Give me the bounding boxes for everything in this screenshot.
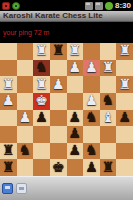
square[interactable]: ♜ [116, 76, 133, 93]
white-pawn-icon: ♟ [19, 110, 32, 125]
square[interactable]: ♟ [83, 159, 100, 176]
notification-area [2, 2, 20, 10]
square[interactable]: ♟ [116, 110, 133, 127]
black-knight-icon: ♞ [85, 143, 98, 158]
chess-board[interactable]: ♜♜♜♜♞♟♟♜♜♜♟♜♟♚♟♞♟♟♟♞♝♟♟♜♞♟♞♜♚♟♜ [0, 43, 133, 176]
square[interactable] [100, 143, 117, 160]
white-rook-icon: ♜ [2, 76, 15, 91]
square[interactable]: ♜ [33, 76, 50, 93]
square[interactable]: ♞ [83, 143, 100, 160]
white-rook-icon: ♜ [118, 76, 131, 91]
black-pawn-icon: ♟ [118, 110, 131, 125]
square[interactable]: ♚ [50, 159, 67, 176]
square[interactable] [116, 60, 133, 77]
square[interactable]: ♜ [116, 43, 133, 60]
notification-icon-red [2, 2, 10, 10]
square[interactable] [50, 93, 67, 110]
square[interactable] [116, 126, 133, 143]
square[interactable]: ♟ [67, 143, 84, 160]
square[interactable] [17, 126, 34, 143]
square[interactable] [50, 126, 67, 143]
square[interactable] [17, 43, 34, 60]
square[interactable]: ♟ [50, 76, 67, 93]
square[interactable]: ♟ [67, 110, 84, 127]
battery-icon [105, 2, 113, 10]
square[interactable]: ♜ [100, 60, 117, 77]
square[interactable] [17, 76, 34, 93]
square[interactable]: ♟ [67, 126, 84, 143]
black-king-icon: ♚ [52, 159, 65, 174]
notification-icon-green [12, 2, 20, 10]
square[interactable] [0, 43, 17, 60]
black-knight-icon: ♞ [35, 60, 48, 75]
signal-icon [95, 2, 103, 10]
square[interactable]: ♞ [33, 60, 50, 77]
square[interactable] [67, 93, 84, 110]
square[interactable]: ♜ [100, 159, 117, 176]
network-icon [85, 2, 93, 10]
square[interactable] [100, 43, 117, 60]
status-message: your ping 72 m [3, 29, 49, 37]
black-pawn-icon: ♟ [69, 143, 82, 158]
square[interactable]: ♞ [100, 93, 117, 110]
square[interactable] [116, 143, 133, 160]
square[interactable] [100, 126, 117, 143]
black-rook-icon: ♜ [52, 43, 65, 58]
square[interactable]: ♞ [83, 110, 100, 127]
square[interactable] [83, 43, 100, 60]
black-knight-icon: ♞ [19, 143, 32, 158]
black-pawn-icon: ♟ [69, 126, 82, 141]
square[interactable]: ♜ [50, 43, 67, 60]
square[interactable]: ♜ [67, 43, 84, 60]
square[interactable]: ♟ [83, 60, 100, 77]
square[interactable] [50, 60, 67, 77]
square[interactable] [33, 143, 50, 160]
white-rook-icon: ♜ [118, 43, 131, 58]
black-rook-icon: ♜ [2, 159, 15, 174]
square[interactable] [50, 143, 67, 160]
white-pawn-icon: ♟ [52, 76, 65, 91]
black-rook-icon: ♜ [102, 159, 115, 174]
white-rook-icon: ♜ [35, 76, 48, 91]
square[interactable]: ♜ [0, 143, 17, 160]
square[interactable] [67, 159, 84, 176]
square[interactable] [50, 110, 67, 127]
app-title: Karoshi Karate Chess Lite [3, 11, 103, 21]
square[interactable]: ♜ [0, 159, 17, 176]
square[interactable] [0, 126, 17, 143]
square[interactable]: ♟ [33, 110, 50, 127]
white-pawn-icon: ♟ [2, 93, 15, 108]
square[interactable] [0, 60, 17, 77]
black-rook-icon: ♜ [2, 143, 15, 158]
square[interactable] [116, 93, 133, 110]
black-knight-icon: ♞ [102, 93, 115, 108]
title-bar: Karoshi Karate Chess Lite [0, 11, 133, 22]
white-pawn-icon: ♟ [69, 60, 82, 75]
square[interactable]: ♟ [0, 93, 17, 110]
square[interactable]: ♝ [100, 110, 117, 127]
square[interactable]: ♜ [33, 43, 50, 60]
square[interactable] [33, 159, 50, 176]
square[interactable] [33, 126, 50, 143]
bottom-icon-2[interactable] [16, 183, 27, 194]
square[interactable]: ♟ [83, 93, 100, 110]
square[interactable] [67, 76, 84, 93]
square[interactable] [83, 76, 100, 93]
square[interactable]: ♚ [33, 93, 50, 110]
square[interactable]: ♜ [0, 76, 17, 93]
white-king-icon: ♚ [35, 93, 48, 108]
status-bar: 8:30 [0, 0, 133, 11]
clock: 8:30 [115, 0, 131, 11]
square[interactable] [17, 159, 34, 176]
white-rook-icon: ♜ [69, 43, 82, 58]
black-knight-icon: ♞ [85, 110, 98, 125]
square[interactable] [116, 159, 133, 176]
black-pawn-icon: ♟ [69, 110, 82, 125]
phone-screen: 8:30 Karoshi Karate Chess Lite your ping… [0, 0, 133, 200]
black-pawn-icon: ♟ [85, 159, 98, 174]
white-pawn-icon: ♟ [85, 60, 98, 75]
square[interactable]: ♟ [67, 60, 84, 77]
message-area: your ping 72 m [0, 22, 133, 43]
square[interactable] [100, 76, 117, 93]
system-tray: 8:30 [85, 0, 131, 11]
square[interactable] [17, 93, 34, 110]
square[interactable] [0, 110, 17, 127]
bottom-bar [0, 176, 133, 200]
white-bishop-icon: ♝ [102, 110, 115, 125]
white-rook-icon: ♜ [35, 43, 48, 58]
square[interactable] [17, 60, 34, 77]
square[interactable]: ♟ [17, 110, 34, 127]
black-pawn-icon: ♟ [35, 110, 48, 125]
white-pawn-icon: ♟ [85, 93, 98, 108]
bottom-icon-1[interactable] [2, 183, 13, 194]
white-rook-icon: ♜ [102, 60, 115, 75]
square[interactable]: ♞ [17, 143, 34, 160]
square[interactable] [83, 126, 100, 143]
